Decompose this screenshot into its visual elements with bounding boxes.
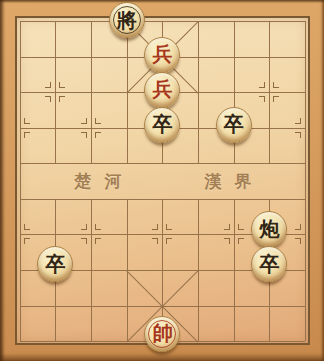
black-soldier[interactable]: 卒: [37, 246, 73, 282]
point-marker: [81, 132, 87, 138]
grid-file-line: [91, 21, 92, 163]
piece-character: 卒: [224, 114, 244, 134]
piece-character: 卒: [45, 254, 65, 274]
point-marker: [81, 224, 87, 230]
point-marker: [224, 238, 230, 244]
grid-file-line: [269, 21, 270, 163]
grid-file-line: [20, 21, 21, 341]
piece-character: 炮: [259, 219, 279, 239]
point-marker: [259, 82, 265, 88]
point-marker: [273, 82, 279, 88]
point-marker: [95, 238, 101, 244]
piece-character: 卒: [152, 114, 172, 134]
point-marker: [295, 132, 301, 138]
grid-file-line: [198, 199, 199, 341]
point-marker: [166, 224, 172, 230]
red-soldier[interactable]: 兵: [144, 37, 180, 73]
grid-file-line: [55, 21, 56, 163]
point-marker: [24, 132, 30, 138]
river-label-chuhe: 楚河: [61, 170, 134, 193]
red-soldier[interactable]: 兵: [144, 72, 180, 108]
point-marker: [81, 118, 87, 124]
point-marker: [59, 96, 65, 102]
piece-character: 將: [117, 10, 137, 30]
red-general[interactable]: 帥: [144, 316, 180, 352]
black-soldier[interactable]: 卒: [144, 107, 180, 143]
grid-file-line: [305, 21, 306, 341]
point-marker: [95, 224, 101, 230]
black-soldier[interactable]: 卒: [216, 107, 252, 143]
point-marker: [95, 118, 101, 124]
point-marker: [59, 82, 65, 88]
point-marker: [24, 224, 30, 230]
point-marker: [238, 224, 244, 230]
point-marker: [45, 96, 51, 102]
grid-file-line: [91, 199, 92, 341]
point-marker: [152, 238, 158, 244]
xiangqi-app-screen: 楚河 漢界 將兵兵卒卒炮卒卒帥: [0, 0, 324, 361]
point-marker: [295, 238, 301, 244]
point-marker: [45, 82, 51, 88]
point-marker: [81, 238, 87, 244]
point-marker: [24, 118, 30, 124]
piece-character: 兵: [152, 79, 172, 99]
point-marker: [152, 224, 158, 230]
point-marker: [224, 224, 230, 230]
board-grid: 楚河 漢界 將兵兵卒卒炮卒卒帥: [20, 21, 305, 341]
piece-character: 兵: [152, 44, 172, 64]
river-label-hanjie: 漢界: [191, 170, 264, 193]
point-marker: [24, 238, 30, 244]
point-marker: [259, 96, 265, 102]
piece-character: 帥: [152, 323, 172, 343]
grid-file-line: [234, 199, 235, 341]
point-marker: [238, 238, 244, 244]
point-marker: [166, 238, 172, 244]
black-soldier[interactable]: 卒: [251, 246, 287, 282]
grid-rank-line: [20, 163, 305, 164]
piece-character: 卒: [259, 254, 279, 274]
point-marker: [295, 224, 301, 230]
point-marker: [273, 96, 279, 102]
xiangqi-board: 楚河 漢界 將兵兵卒卒炮卒卒帥: [15, 16, 310, 345]
point-marker: [295, 118, 301, 124]
black-general[interactable]: 將: [109, 2, 145, 38]
black-cannon[interactable]: 炮: [251, 211, 287, 247]
point-marker: [95, 132, 101, 138]
